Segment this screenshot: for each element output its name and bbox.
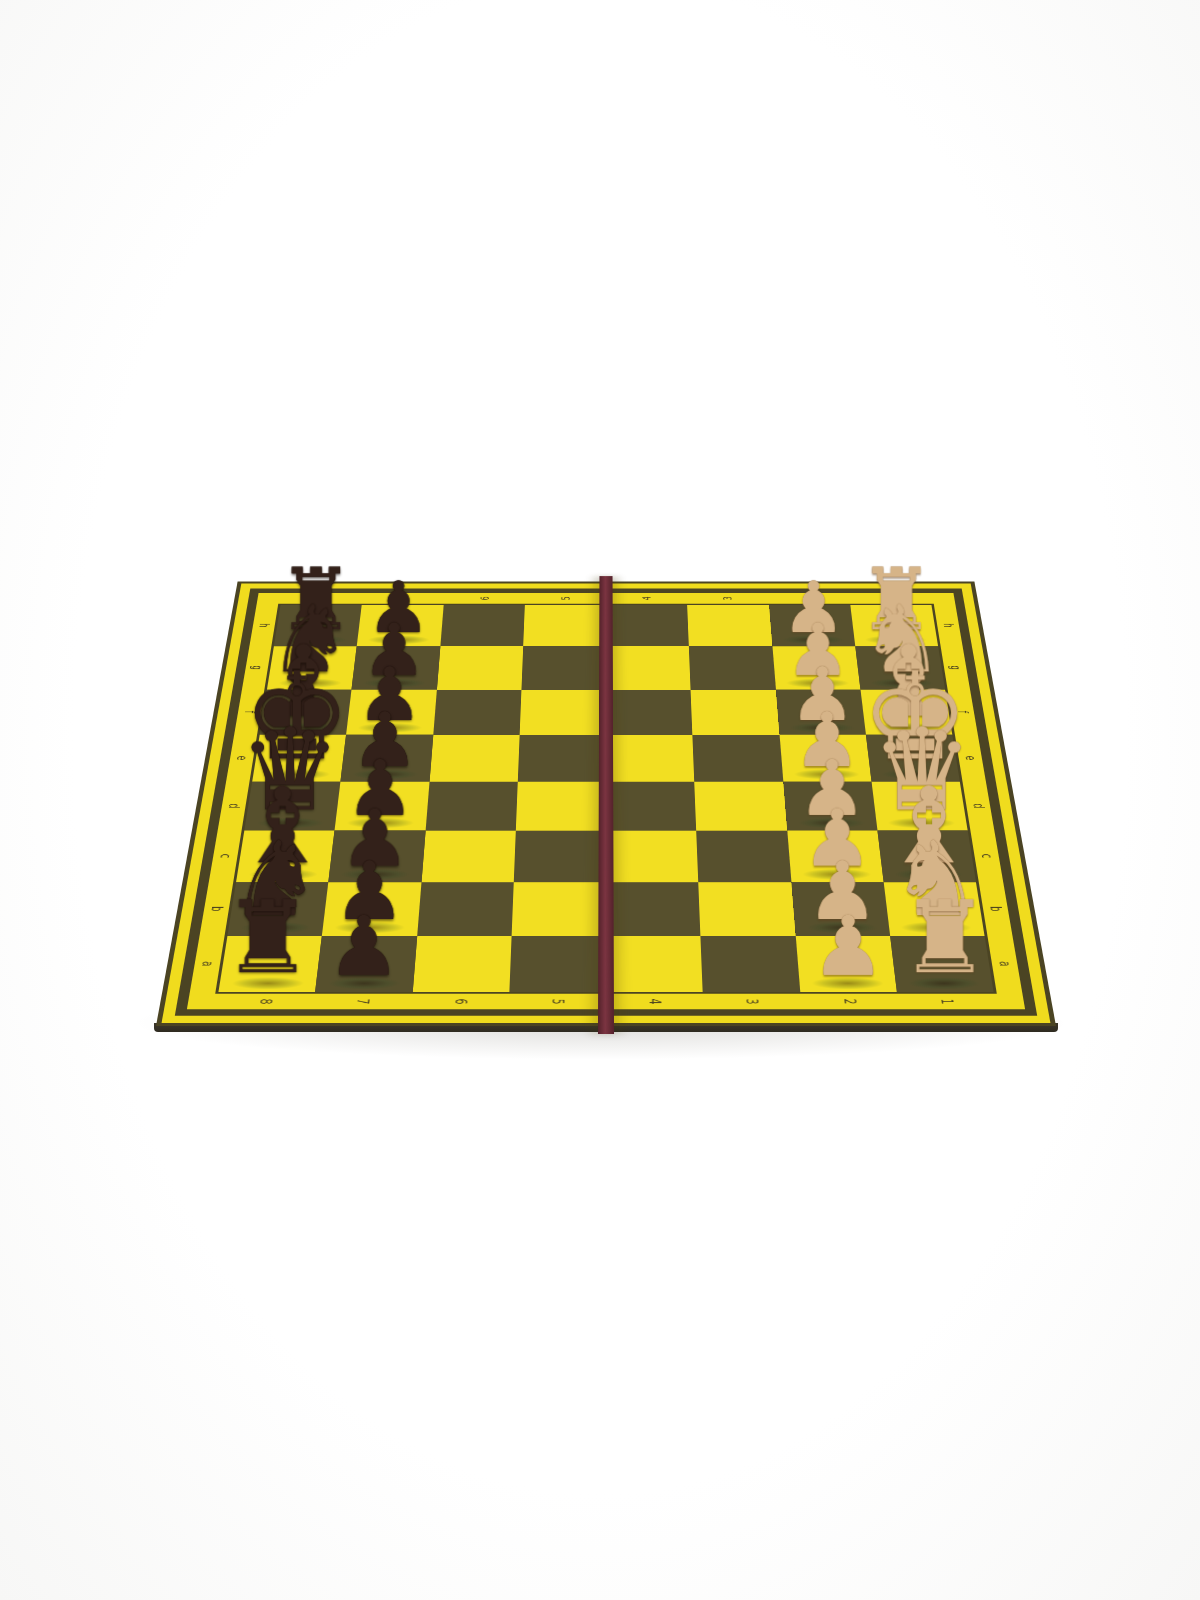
square-g6[interactable] bbox=[436, 646, 522, 689]
square-g3[interactable] bbox=[689, 646, 775, 689]
square-b4[interactable] bbox=[606, 882, 701, 936]
square-e3[interactable] bbox=[693, 735, 783, 782]
square-c6[interactable] bbox=[421, 831, 516, 882]
photo-background: ♜♟♟♜♞♟♟♞♝♟♟♝♚♟♟♚♛♟♟♛♝♟♟♝♞♟♟♞♜♟♟♜ 8877665… bbox=[0, 0, 1200, 1600]
square-a4[interactable] bbox=[606, 936, 703, 992]
square-g4[interactable] bbox=[606, 646, 691, 689]
square-g5[interactable] bbox=[521, 646, 606, 689]
white-rook-a1[interactable]: ♜ bbox=[899, 887, 989, 987]
chessboard: ♜♟♟♜♞♟♟♞♝♟♟♝♚♟♟♚♛♟♟♛♝♟♟♝♞♟♟♞♜♟♟♜ 8877665… bbox=[156, 582, 1056, 1026]
square-a1[interactable]: ♜ bbox=[890, 936, 994, 992]
square-a5[interactable] bbox=[509, 936, 606, 992]
square-c5[interactable] bbox=[514, 831, 606, 882]
square-d3[interactable] bbox=[694, 782, 786, 831]
square-a8[interactable]: ♜ bbox=[218, 936, 322, 992]
square-f5[interactable] bbox=[519, 690, 606, 735]
square-c4[interactable] bbox=[606, 831, 698, 882]
square-a7[interactable]: ♟ bbox=[315, 936, 416, 992]
square-h3[interactable] bbox=[687, 605, 772, 646]
square-a6[interactable] bbox=[412, 936, 511, 992]
square-b6[interactable] bbox=[417, 882, 514, 936]
square-f4[interactable] bbox=[606, 690, 693, 735]
square-h4[interactable] bbox=[606, 605, 689, 646]
square-f3[interactable] bbox=[691, 690, 779, 735]
square-b3[interactable] bbox=[698, 882, 795, 936]
square-e4[interactable] bbox=[606, 735, 694, 782]
square-e6[interactable] bbox=[429, 735, 519, 782]
square-e5[interactable] bbox=[518, 735, 606, 782]
black-rook-a8[interactable]: ♜ bbox=[223, 887, 313, 987]
square-f6[interactable] bbox=[433, 690, 521, 735]
square-h5[interactable] bbox=[523, 605, 606, 646]
square-d5[interactable] bbox=[516, 782, 606, 831]
white-pawn-a2[interactable]: ♟ bbox=[811, 905, 885, 988]
square-d6[interactable] bbox=[425, 782, 517, 831]
square-b5[interactable] bbox=[511, 882, 606, 936]
square-h6[interactable] bbox=[440, 605, 525, 646]
square-d4[interactable] bbox=[606, 782, 696, 831]
square-a3[interactable] bbox=[701, 936, 800, 992]
square-c3[interactable] bbox=[696, 831, 791, 882]
square-a2[interactable]: ♟ bbox=[795, 936, 896, 992]
black-pawn-a7[interactable]: ♟ bbox=[327, 905, 401, 988]
